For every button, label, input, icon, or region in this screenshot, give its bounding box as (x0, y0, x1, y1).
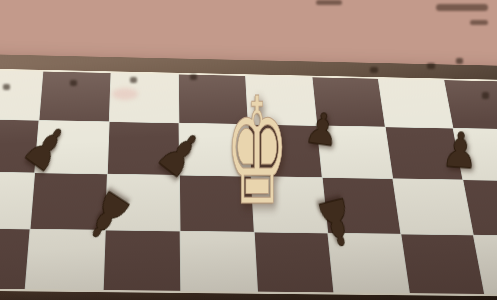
square-g5[interactable] (401, 234, 484, 293)
square-a8[interactable] (0, 70, 43, 120)
board-stain (112, 88, 138, 100)
frame-stamp-mark (3, 84, 10, 90)
square-c5[interactable] (104, 230, 181, 290)
frame-stamp-mark (190, 74, 197, 80)
square-g6[interactable] (393, 179, 473, 235)
frame-stamp-mark (482, 92, 489, 99)
frame-stamp-mark (370, 67, 378, 73)
square-g8[interactable] (379, 79, 453, 128)
square-d5[interactable] (181, 231, 258, 291)
frame-stamp-mark (427, 63, 435, 69)
piece-white-king[interactable]: ♚ (225, 78, 289, 226)
burlap-slub (316, 0, 342, 5)
square-a5[interactable] (0, 228, 30, 289)
frame-stamp-mark (70, 80, 77, 86)
burlap-slub (470, 20, 488, 25)
frame-stamp-mark (130, 77, 137, 83)
photo-scene: ♚♟♟♟♟♟♟ (0, 0, 497, 300)
square-a6[interactable] (0, 172, 34, 229)
piece-black-pawn-4[interactable]: ♟ (440, 125, 480, 176)
piece-black-pawn-3[interactable]: ♟ (302, 106, 342, 153)
burlap-slub (436, 4, 488, 11)
frame-stamp-mark (456, 58, 463, 64)
